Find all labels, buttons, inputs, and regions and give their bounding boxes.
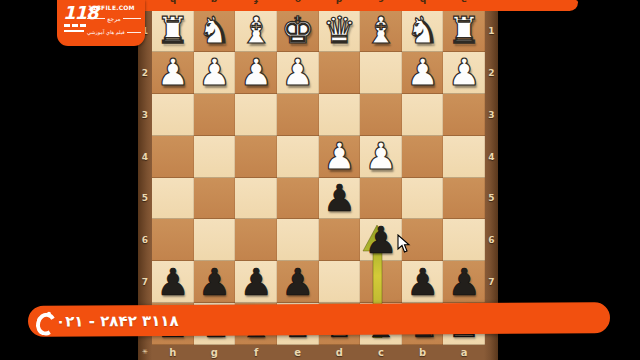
square-d4[interactable]: ♟ bbox=[319, 136, 361, 178]
square-e2[interactable]: ♟ bbox=[277, 52, 319, 94]
file-label-top-h: h bbox=[170, 0, 176, 5]
square-a2[interactable]: ♟ bbox=[443, 52, 485, 94]
square-d1[interactable]: ♛ bbox=[319, 10, 361, 52]
rank-label-3: 3 bbox=[485, 110, 499, 120]
rank-label-7: 7 bbox=[138, 277, 152, 287]
piece-white-pawn-b2[interactable]: ♟ bbox=[402, 52, 444, 94]
square-a3[interactable] bbox=[443, 94, 485, 136]
rank-label-1: 1 bbox=[485, 26, 499, 36]
rank-label-6: 6 bbox=[485, 235, 499, 245]
square-g5[interactable] bbox=[194, 178, 236, 220]
square-b2[interactable]: ♟ bbox=[402, 52, 444, 94]
square-f1[interactable]: ♝ bbox=[235, 10, 277, 52]
badge-tagline-2: فيلم هاي آموزشي bbox=[87, 29, 141, 35]
piece-black-pawn-d5[interactable]: ♟ bbox=[319, 178, 361, 220]
logo-bars-decoration bbox=[64, 24, 86, 27]
rank-label-5: 5 bbox=[485, 193, 499, 203]
square-h1[interactable]: ♜ bbox=[152, 10, 194, 52]
square-b4[interactable] bbox=[402, 136, 444, 178]
piece-white-knight-g1[interactable]: ♞ bbox=[194, 10, 236, 52]
piece-white-pawn-d4[interactable]: ♟ bbox=[319, 136, 361, 178]
square-e4[interactable] bbox=[277, 136, 319, 178]
piece-white-rook-a1[interactable]: ♜ bbox=[443, 10, 485, 52]
square-e1[interactable]: ♚ bbox=[277, 10, 319, 52]
square-d3[interactable] bbox=[319, 94, 361, 136]
file-label-top-c: c bbox=[378, 0, 383, 5]
file-label-bottom-b: b bbox=[419, 347, 426, 358]
square-c1[interactable]: ♝ bbox=[360, 10, 402, 52]
square-h2[interactable]: ♟ bbox=[152, 52, 194, 94]
file-label-bottom-h: h bbox=[169, 347, 176, 358]
site-domain: 118FILE.COM bbox=[88, 4, 135, 11]
rank-label-2: 2 bbox=[138, 68, 152, 78]
file-label-bottom-e: e bbox=[294, 347, 301, 358]
rank-label-5: 5 bbox=[138, 193, 152, 203]
file-label-bottom-f: f bbox=[254, 347, 258, 358]
piece-black-pawn-a7[interactable]: ♟ bbox=[443, 261, 485, 303]
square-d2[interactable] bbox=[319, 52, 361, 94]
square-f5[interactable] bbox=[235, 178, 277, 220]
rank-label-4: 4 bbox=[138, 152, 152, 162]
square-b5[interactable] bbox=[402, 178, 444, 220]
file-label-top-f: f bbox=[254, 0, 258, 5]
piece-black-pawn-c6[interactable]: ♟ bbox=[360, 219, 402, 261]
file-label-top-a: a bbox=[461, 0, 467, 5]
file-label-top-d: d bbox=[336, 0, 342, 5]
mouse-cursor bbox=[397, 234, 411, 254]
square-g7[interactable]: ♟ bbox=[194, 261, 236, 303]
square-b7[interactable]: ♟ bbox=[402, 261, 444, 303]
file-label-bottom-d: d bbox=[336, 347, 343, 358]
square-d5[interactable]: ♟ bbox=[319, 178, 361, 220]
phone-handset-icon bbox=[36, 312, 51, 331]
rank-label-3: 3 bbox=[138, 110, 152, 120]
square-g2[interactable]: ♟ bbox=[194, 52, 236, 94]
piece-white-bishop-c1[interactable]: ♝ bbox=[360, 10, 402, 52]
piece-black-pawn-e7[interactable]: ♟ bbox=[277, 261, 319, 303]
square-f3[interactable] bbox=[235, 94, 277, 136]
piece-white-pawn-h2[interactable]: ♟ bbox=[152, 52, 194, 94]
square-e5[interactable] bbox=[277, 178, 319, 220]
square-e7[interactable]: ♟ bbox=[277, 261, 319, 303]
square-g3[interactable] bbox=[194, 94, 236, 136]
square-h4[interactable] bbox=[152, 136, 194, 178]
square-a6[interactable] bbox=[443, 219, 485, 261]
piece-white-queen-d1[interactable]: ♛ bbox=[319, 10, 361, 52]
rank-label-4: 4 bbox=[485, 152, 499, 162]
board-corner-mark: ✳ bbox=[142, 348, 148, 356]
square-c6[interactable]: ♟ bbox=[360, 219, 402, 261]
square-a7[interactable]: ♟ bbox=[443, 261, 485, 303]
piece-black-pawn-b7[interactable]: ♟ bbox=[402, 261, 444, 303]
square-f2[interactable]: ♟ bbox=[235, 52, 277, 94]
square-a1[interactable]: ♜ bbox=[443, 10, 485, 52]
video-frame: ♜♞♝♚♛♝♞♜♟♟♟♟♟♟♟♟♟♟♟♟♟♟♟♟♜♞♝♚♛♝♞♜ 1234567… bbox=[0, 0, 640, 360]
piece-white-bishop-f1[interactable]: ♝ bbox=[235, 10, 277, 52]
piece-white-knight-b1[interactable]: ♞ bbox=[402, 10, 444, 52]
file-label-bottom-g: g bbox=[211, 347, 218, 358]
square-b1[interactable]: ♞ bbox=[402, 10, 444, 52]
logo-line-decoration bbox=[64, 30, 84, 32]
rank-label-2: 2 bbox=[485, 68, 499, 78]
square-d7[interactable] bbox=[319, 261, 361, 303]
piece-black-pawn-f7[interactable]: ♟ bbox=[235, 261, 277, 303]
square-f6[interactable] bbox=[235, 219, 277, 261]
square-g6[interactable] bbox=[194, 219, 236, 261]
square-d6[interactable] bbox=[319, 219, 361, 261]
board-squares: ♜♞♝♚♛♝♞♜♟♟♟♟♟♟♟♟♟♟♟♟♟♟♟♟♜♞♝♚♛♝♞♜ bbox=[152, 10, 485, 345]
piece-black-pawn-h7[interactable]: ♟ bbox=[152, 261, 194, 303]
square-c3[interactable] bbox=[360, 94, 402, 136]
rank-label-6: 6 bbox=[138, 235, 152, 245]
piece-white-rook-h1[interactable]: ♜ bbox=[152, 10, 194, 52]
file-label-bottom-a: a bbox=[461, 347, 468, 358]
square-a5[interactable] bbox=[443, 178, 485, 220]
square-f4[interactable] bbox=[235, 136, 277, 178]
file-labels-top: hgfedcba bbox=[152, 0, 485, 11]
badge-tagline-1: مرجع bbox=[87, 15, 141, 22]
square-c2[interactable] bbox=[360, 52, 402, 94]
phone-banner: ۰۲۱ - ۲۸۴۲ ۳۱۱۸ bbox=[28, 302, 610, 337]
piece-white-pawn-f2[interactable]: ♟ bbox=[235, 52, 277, 94]
square-e6[interactable] bbox=[277, 219, 319, 261]
square-f7[interactable]: ♟ bbox=[235, 261, 277, 303]
piece-white-pawn-a2[interactable]: ♟ bbox=[443, 52, 485, 94]
square-h3[interactable] bbox=[152, 94, 194, 136]
square-c4[interactable]: ♟ bbox=[360, 136, 402, 178]
piece-white-pawn-c4[interactable]: ♟ bbox=[360, 136, 402, 178]
file-label-top-e: e bbox=[295, 0, 301, 5]
square-b3[interactable] bbox=[402, 94, 444, 136]
square-a4[interactable] bbox=[443, 136, 485, 178]
logo-badge: 118 118FILE.COM مرجع فيلم هاي آموزشي bbox=[57, 0, 145, 46]
file-label-top-b: b bbox=[419, 0, 425, 5]
file-label-bottom-c: c bbox=[378, 347, 384, 358]
piece-white-king-e1[interactable]: ♚ bbox=[277, 10, 319, 52]
square-h6[interactable] bbox=[152, 219, 194, 261]
square-c5[interactable] bbox=[360, 178, 402, 220]
file-label-top-g: g bbox=[211, 0, 217, 5]
square-g1[interactable]: ♞ bbox=[194, 10, 236, 52]
phone-number: ۰۲۱ - ۲۸۴۲ ۳۱۱۸ bbox=[56, 311, 179, 330]
square-e3[interactable] bbox=[277, 94, 319, 136]
piece-white-pawn-g2[interactable]: ♟ bbox=[194, 52, 236, 94]
piece-black-pawn-g7[interactable]: ♟ bbox=[194, 261, 236, 303]
piece-white-pawn-e2[interactable]: ♟ bbox=[277, 52, 319, 94]
square-h5[interactable] bbox=[152, 178, 194, 220]
rank-label-7: 7 bbox=[485, 277, 499, 287]
square-g4[interactable] bbox=[194, 136, 236, 178]
square-h7[interactable]: ♟ bbox=[152, 261, 194, 303]
